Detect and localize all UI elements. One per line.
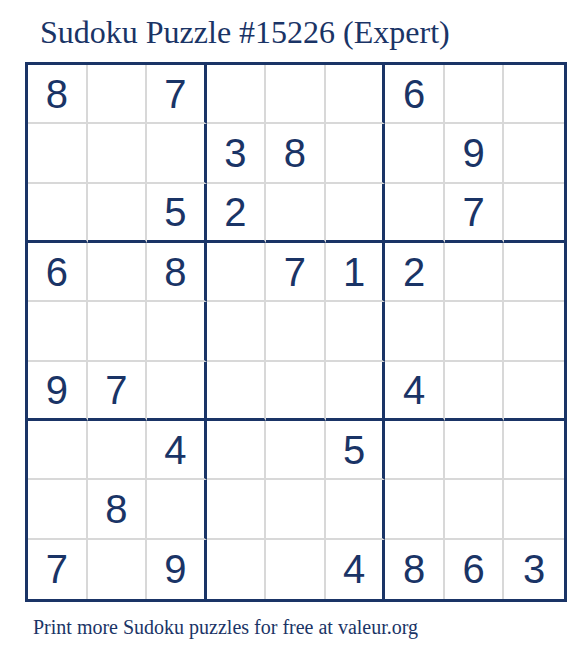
cell-r6c6[interactable] [326,362,386,421]
cell-r6c1[interactable]: 9 [28,362,88,421]
given-digit: 6 [463,549,485,589]
cell-r4c8[interactable] [445,243,505,302]
cell-r4c6[interactable]: 1 [326,243,386,302]
cell-r1c1[interactable]: 8 [28,65,88,124]
given-digit: 6 [403,74,425,114]
given-digit: 7 [284,252,306,292]
cell-r3c4[interactable]: 2 [207,184,267,243]
cell-r2c9[interactable] [504,124,564,183]
cell-r6c5[interactable] [266,362,326,421]
cell-r2c7[interactable] [385,124,445,183]
cell-r1c4[interactable] [207,65,267,124]
sudoku-grid: 87638952768712974458794863 [25,62,567,602]
cell-r1c2[interactable] [88,65,148,124]
given-digit: 5 [343,430,365,470]
given-digit: 4 [343,549,365,589]
cell-r4c1[interactable]: 6 [28,243,88,302]
cell-r9c9[interactable]: 3 [504,540,564,599]
given-digit: 4 [403,370,425,410]
cell-r5c3[interactable] [147,302,207,361]
given-digit: 2 [224,192,246,232]
cell-r3c8[interactable]: 7 [445,184,505,243]
cell-r9c6[interactable]: 4 [326,540,386,599]
cell-r9c8[interactable]: 6 [445,540,505,599]
given-digit: 9 [463,133,485,173]
cell-r3c1[interactable] [28,184,88,243]
cell-r3c2[interactable] [88,184,148,243]
cell-r1c9[interactable] [504,65,564,124]
cell-r3c7[interactable] [385,184,445,243]
cell-r8c1[interactable] [28,480,88,539]
given-digit: 7 [46,549,68,589]
cell-r2c6[interactable] [326,124,386,183]
cell-r2c5[interactable]: 8 [266,124,326,183]
cell-r9c4[interactable] [207,540,267,599]
cell-r2c8[interactable]: 9 [445,124,505,183]
given-digit: 4 [164,430,186,470]
footer-note: Print more Sudoku puzzles for free at va… [33,615,418,639]
cell-r8c6[interactable] [326,480,386,539]
cell-r5c2[interactable] [88,302,148,361]
cell-r3c9[interactable] [504,184,564,243]
cell-r9c3[interactable]: 9 [147,540,207,599]
cell-r6c7[interactable]: 4 [385,362,445,421]
cell-r1c6[interactable] [326,65,386,124]
cell-r2c3[interactable] [147,124,207,183]
cell-r8c2[interactable]: 8 [88,480,148,539]
cell-r6c2[interactable]: 7 [88,362,148,421]
cell-r9c2[interactable] [88,540,148,599]
cell-r7c9[interactable] [504,421,564,480]
given-digit: 5 [164,192,186,232]
cell-r6c9[interactable] [504,362,564,421]
cell-r8c5[interactable] [266,480,326,539]
cell-r7c8[interactable] [445,421,505,480]
cell-r2c2[interactable] [88,124,148,183]
cell-r1c8[interactable] [445,65,505,124]
cell-r7c3[interactable]: 4 [147,421,207,480]
cell-r4c7[interactable]: 2 [385,243,445,302]
given-digit: 8 [105,489,127,529]
cell-r5c5[interactable] [266,302,326,361]
cell-r4c2[interactable] [88,243,148,302]
cell-r5c8[interactable] [445,302,505,361]
cell-r7c7[interactable] [385,421,445,480]
given-digit: 1 [343,252,365,292]
cell-r6c4[interactable] [207,362,267,421]
cell-r1c5[interactable] [266,65,326,124]
cell-r9c7[interactable]: 8 [385,540,445,599]
cell-r4c3[interactable]: 8 [147,243,207,302]
cell-r3c6[interactable] [326,184,386,243]
cell-r4c9[interactable] [504,243,564,302]
cell-r5c4[interactable] [207,302,267,361]
given-digit: 6 [46,252,68,292]
given-digit: 7 [105,370,127,410]
cell-r5c7[interactable] [385,302,445,361]
cell-r3c3[interactable]: 5 [147,184,207,243]
cell-r8c8[interactable] [445,480,505,539]
cell-r6c8[interactable] [445,362,505,421]
cell-r1c3[interactable]: 7 [147,65,207,124]
cell-r9c5[interactable] [266,540,326,599]
cell-r8c3[interactable] [147,480,207,539]
cell-r2c1[interactable] [28,124,88,183]
cell-r9c1[interactable]: 7 [28,540,88,599]
given-digit: 9 [164,549,186,589]
given-digit: 7 [164,74,186,114]
cell-r2c4[interactable]: 3 [207,124,267,183]
cell-r7c5[interactable] [266,421,326,480]
cell-r7c2[interactable] [88,421,148,480]
given-digit: 8 [164,252,186,292]
cell-r8c9[interactable] [504,480,564,539]
cell-r5c9[interactable] [504,302,564,361]
given-digit: 8 [284,133,306,173]
given-digit: 7 [463,192,485,232]
cell-r7c4[interactable] [207,421,267,480]
given-digit: 2 [403,252,425,292]
cell-r7c6[interactable]: 5 [326,421,386,480]
cell-r6c3[interactable] [147,362,207,421]
cell-r5c6[interactable] [326,302,386,361]
given-digit: 9 [46,370,68,410]
cell-r3c5[interactable] [266,184,326,243]
given-digit: 3 [523,549,545,589]
cell-r1c7[interactable]: 6 [385,65,445,124]
cell-r8c7[interactable] [385,480,445,539]
given-digit: 8 [403,549,425,589]
cell-r4c4[interactable] [207,243,267,302]
cell-r8c4[interactable] [207,480,267,539]
given-digit: 8 [46,74,68,114]
cell-r5c1[interactable] [28,302,88,361]
cell-r7c1[interactable] [28,421,88,480]
cell-r4c5[interactable]: 7 [266,243,326,302]
puzzle-title: Sudoku Puzzle #15226 (Expert) [40,14,450,50]
given-digit: 3 [224,133,246,173]
